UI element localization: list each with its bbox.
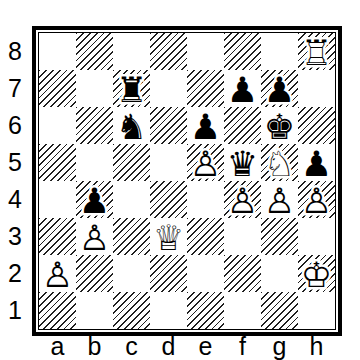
square-e1[interactable] — [187, 292, 224, 329]
black-pawn-fill: ♟ — [264, 72, 295, 107]
piece-white-rook[interactable]: ♖♜♖ — [298, 33, 335, 70]
black-knight-fill: ♞ — [116, 109, 147, 144]
chess-board: ♖♜♖♜♜♜♟♟♟♟♟♟♞♞♞♟♟♟♚♚♚♙♟♙♛♛♛♘♞♘♟♟♟♟♟♟♙♟♙♙… — [39, 33, 335, 329]
white-pawn-fill: ♟ — [190, 146, 221, 181]
white-pawn-glyph: ♙ — [227, 183, 258, 218]
piece-white-pawn[interactable]: ♙♟♙ — [187, 144, 224, 181]
square-c1[interactable] — [113, 292, 150, 329]
square-d2[interactable] — [150, 255, 187, 292]
file-label-c: c — [113, 333, 150, 359]
white-pawn-halo: ♙ — [264, 183, 295, 218]
square-g1[interactable] — [261, 292, 298, 329]
black-queen-fill: ♛ — [227, 146, 258, 181]
piece-white-knight[interactable]: ♘♞♘ — [261, 144, 298, 181]
rank-label-7: 7 — [2, 70, 28, 107]
rank-label-1: 1 — [2, 292, 28, 329]
square-e3[interactable] — [187, 218, 224, 255]
piece-white-pawn[interactable]: ♙♟♙ — [261, 181, 298, 218]
file-label-f: f — [224, 333, 261, 359]
black-pawn-glyph: ♟ — [227, 72, 258, 107]
file-label-e: e — [187, 333, 224, 359]
square-b5[interactable] — [76, 144, 113, 181]
square-b4[interactable]: ♟♟♟ — [76, 181, 113, 218]
white-king-fill: ♚ — [301, 257, 332, 292]
white-knight-glyph: ♘ — [264, 146, 295, 181]
rank-label-5: 5 — [2, 144, 28, 181]
piece-white-pawn[interactable]: ♙♟♙ — [298, 181, 335, 218]
square-e2[interactable] — [187, 255, 224, 292]
square-a5[interactable] — [39, 144, 76, 181]
white-pawn-fill: ♟ — [227, 183, 258, 218]
square-d8[interactable] — [150, 33, 187, 70]
piece-black-king[interactable]: ♚♚♚ — [261, 107, 298, 144]
square-g5[interactable]: ♘♞♘ — [261, 144, 298, 181]
square-a1[interactable] — [39, 292, 76, 329]
piece-black-pawn[interactable]: ♟♟♟ — [187, 107, 224, 144]
white-knight-fill: ♞ — [264, 146, 295, 181]
black-pawn-halo: ♟ — [79, 183, 110, 218]
square-b3[interactable]: ♙♟♙ — [76, 218, 113, 255]
square-b7[interactable] — [76, 70, 113, 107]
white-pawn-glyph: ♙ — [190, 146, 221, 181]
white-pawn-halo: ♙ — [227, 183, 258, 218]
square-f4[interactable]: ♙♟♙ — [224, 181, 261, 218]
square-g4[interactable]: ♙♟♙ — [261, 181, 298, 218]
square-b8[interactable] — [76, 33, 113, 70]
white-pawn-halo: ♙ — [79, 220, 110, 255]
white-pawn-halo: ♙ — [42, 257, 73, 292]
square-f8[interactable] — [224, 33, 261, 70]
square-d1[interactable] — [150, 292, 187, 329]
square-b6[interactable] — [76, 107, 113, 144]
square-d3[interactable]: ♕♛♕ — [150, 218, 187, 255]
square-h6[interactable] — [298, 107, 335, 144]
white-pawn-glyph: ♙ — [79, 220, 110, 255]
square-h8[interactable]: ♖♜♖ — [298, 33, 335, 70]
square-e7[interactable] — [187, 70, 224, 107]
file-labels: abcdefgh — [39, 333, 335, 359]
piece-white-pawn[interactable]: ♙♟♙ — [39, 255, 76, 292]
white-rook-glyph: ♖ — [301, 35, 332, 70]
piece-white-queen[interactable]: ♕♛♕ — [150, 218, 187, 255]
square-h3[interactable] — [298, 218, 335, 255]
black-queen-halo: ♛ — [227, 146, 258, 181]
piece-black-knight[interactable]: ♞♞♞ — [113, 107, 150, 144]
black-pawn-glyph: ♟ — [190, 109, 221, 144]
rank-label-6: 6 — [2, 107, 28, 144]
black-pawn-halo: ♟ — [264, 72, 295, 107]
square-a4[interactable] — [39, 181, 76, 218]
square-b1[interactable] — [76, 292, 113, 329]
rank-label-4: 4 — [2, 181, 28, 218]
rank-label-2: 2 — [2, 255, 28, 292]
black-pawn-fill: ♟ — [79, 183, 110, 218]
square-f5[interactable]: ♛♛♛ — [224, 144, 261, 181]
square-c3[interactable] — [113, 218, 150, 255]
white-pawn-fill: ♟ — [301, 183, 332, 218]
file-label-g: g — [261, 333, 298, 359]
white-queen-glyph: ♕ — [153, 220, 184, 255]
square-g7[interactable]: ♟♟♟ — [261, 70, 298, 107]
square-a2[interactable]: ♙♟♙ — [39, 255, 76, 292]
piece-black-pawn[interactable]: ♟♟♟ — [76, 181, 113, 218]
white-pawn-glyph: ♙ — [42, 257, 73, 292]
square-a7[interactable] — [39, 70, 76, 107]
white-pawn-glyph: ♙ — [264, 183, 295, 218]
square-h5[interactable]: ♟♟♟ — [298, 144, 335, 181]
board-inner-frame: ♖♜♖♜♜♜♟♟♟♟♟♟♞♞♞♟♟♟♚♚♚♙♟♙♛♛♛♘♞♘♟♟♟♟♟♟♙♟♙♙… — [38, 32, 336, 330]
black-rook-halo: ♜ — [116, 72, 147, 107]
white-pawn-halo: ♙ — [190, 146, 221, 181]
piece-black-pawn[interactable]: ♟♟♟ — [224, 70, 261, 107]
white-pawn-glyph: ♙ — [301, 183, 332, 218]
black-pawn-glyph: ♟ — [301, 146, 332, 181]
square-a6[interactable] — [39, 107, 76, 144]
white-rook-halo: ♖ — [301, 35, 332, 70]
black-king-fill: ♚ — [264, 109, 295, 144]
black-pawn-fill: ♟ — [227, 72, 258, 107]
square-d6[interactable] — [150, 107, 187, 144]
square-e6[interactable]: ♟♟♟ — [187, 107, 224, 144]
black-queen-glyph: ♛ — [227, 146, 258, 181]
square-f6[interactable] — [224, 107, 261, 144]
black-rook-glyph: ♜ — [116, 72, 147, 107]
piece-black-rook[interactable]: ♜♜♜ — [113, 70, 150, 107]
square-g8[interactable] — [261, 33, 298, 70]
square-h1[interactable] — [298, 292, 335, 329]
white-pawn-halo: ♙ — [301, 183, 332, 218]
square-b2[interactable] — [76, 255, 113, 292]
rank-label-3: 3 — [2, 218, 28, 255]
piece-black-pawn[interactable]: ♟♟♟ — [298, 144, 335, 181]
white-rook-fill: ♜ — [301, 35, 332, 70]
square-e8[interactable] — [187, 33, 224, 70]
black-pawn-glyph: ♟ — [79, 183, 110, 218]
square-d4[interactable] — [150, 181, 187, 218]
black-pawn-halo: ♟ — [301, 146, 332, 181]
black-pawn-fill: ♟ — [301, 146, 332, 181]
square-g2[interactable] — [261, 255, 298, 292]
square-a8[interactable] — [39, 33, 76, 70]
black-pawn-fill: ♟ — [190, 109, 221, 144]
square-c2[interactable] — [113, 255, 150, 292]
square-g3[interactable] — [261, 218, 298, 255]
square-h7[interactable] — [298, 70, 335, 107]
square-h4[interactable]: ♙♟♙ — [298, 181, 335, 218]
square-c5[interactable] — [113, 144, 150, 181]
square-d5[interactable] — [150, 144, 187, 181]
white-queen-halo: ♕ — [153, 220, 184, 255]
black-pawn-halo: ♟ — [227, 72, 258, 107]
rank-labels: 87654321 — [2, 33, 28, 329]
white-pawn-fill: ♟ — [264, 183, 295, 218]
square-c7[interactable]: ♜♜♜ — [113, 70, 150, 107]
square-h2[interactable]: ♔♚♔ — [298, 255, 335, 292]
white-queen-fill: ♛ — [153, 220, 184, 255]
white-knight-halo: ♘ — [264, 146, 295, 181]
square-d7[interactable] — [150, 70, 187, 107]
square-f2[interactable] — [224, 255, 261, 292]
file-label-b: b — [76, 333, 113, 359]
white-pawn-fill: ♟ — [79, 220, 110, 255]
piece-white-pawn[interactable]: ♙♟♙ — [224, 181, 261, 218]
black-pawn-halo: ♟ — [190, 109, 221, 144]
square-e4[interactable] — [187, 181, 224, 218]
square-a3[interactable] — [39, 218, 76, 255]
square-c6[interactable]: ♞♞♞ — [113, 107, 150, 144]
square-c8[interactable] — [113, 33, 150, 70]
black-knight-halo: ♞ — [116, 109, 147, 144]
square-f1[interactable] — [224, 292, 261, 329]
black-king-halo: ♚ — [264, 109, 295, 144]
file-label-d: d — [150, 333, 187, 359]
black-pawn-glyph: ♟ — [264, 72, 295, 107]
white-pawn-fill: ♟ — [42, 257, 73, 292]
file-label-a: a — [39, 333, 76, 359]
black-knight-glyph: ♞ — [116, 109, 147, 144]
rank-label-8: 8 — [2, 33, 28, 70]
white-king-halo: ♔ — [301, 257, 332, 292]
piece-black-queen[interactable]: ♛♛♛ — [224, 144, 261, 181]
piece-black-pawn[interactable]: ♟♟♟ — [261, 70, 298, 107]
piece-white-king[interactable]: ♔♚♔ — [298, 255, 335, 292]
black-king-glyph: ♚ — [264, 109, 295, 144]
piece-white-pawn[interactable]: ♙♟♙ — [76, 218, 113, 255]
white-king-glyph: ♔ — [301, 257, 332, 292]
square-f3[interactable] — [224, 218, 261, 255]
black-rook-fill: ♜ — [116, 72, 147, 107]
file-label-h: h — [298, 333, 335, 359]
square-c4[interactable] — [113, 181, 150, 218]
board-frame: ♖♜♖♜♜♜♟♟♟♟♟♟♞♞♞♟♟♟♚♚♚♙♟♙♛♛♛♘♞♘♟♟♟♟♟♟♙♟♙♙… — [32, 26, 342, 336]
square-f7[interactable]: ♟♟♟ — [224, 70, 261, 107]
square-e5[interactable]: ♙♟♙ — [187, 144, 224, 181]
square-g6[interactable]: ♚♚♚ — [261, 107, 298, 144]
